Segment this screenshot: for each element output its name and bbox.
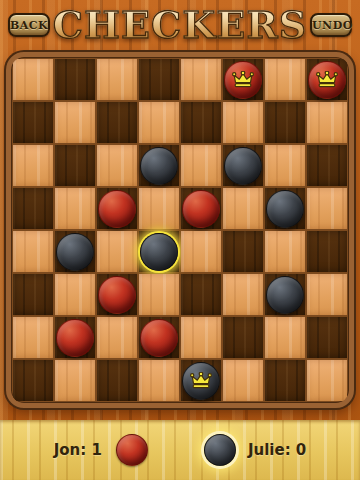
- player2-score: Julie: 0: [248, 441, 306, 459]
- player1-score: Jon: 1: [54, 441, 102, 459]
- square-r2c2: [97, 145, 137, 186]
- square-r7c7: [307, 360, 347, 401]
- square-r2c4: [181, 145, 221, 186]
- square-r4c7[interactable]: [307, 231, 347, 272]
- square-r3c7: [307, 188, 347, 229]
- square-r6c4: [181, 317, 221, 358]
- red-man-piece[interactable]: [98, 190, 136, 228]
- square-r2c5[interactable]: [223, 145, 263, 186]
- red-king-piece[interactable]: [224, 61, 262, 99]
- square-r2c3[interactable]: [139, 145, 179, 186]
- square-r6c5[interactable]: [223, 317, 263, 358]
- red-man-piece[interactable]: [98, 276, 136, 314]
- red-man-piece[interactable]: [56, 319, 94, 357]
- app-title: CHECKERS: [0, 1, 360, 49]
- square-r5c5: [223, 274, 263, 315]
- dark-king-piece[interactable]: [182, 362, 220, 400]
- title-bar: BACK CHECKERS UNDO: [0, 0, 360, 50]
- square-r0c2: [97, 59, 137, 100]
- dark-man-piece[interactable]: [140, 233, 178, 271]
- square-r0c5[interactable]: [223, 59, 263, 100]
- square-r6c3[interactable]: [139, 317, 179, 358]
- square-r3c1: [55, 188, 95, 229]
- king-crown-icon: [189, 372, 213, 389]
- square-r4c6: [265, 231, 305, 272]
- square-r5c1: [55, 274, 95, 315]
- square-r7c0[interactable]: [13, 360, 53, 401]
- square-r3c4[interactable]: [181, 188, 221, 229]
- square-r1c6[interactable]: [265, 102, 305, 143]
- square-r5c4[interactable]: [181, 274, 221, 315]
- undo-button[interactable]: UNDO: [310, 13, 352, 37]
- square-r7c2[interactable]: [97, 360, 137, 401]
- square-r3c2[interactable]: [97, 188, 137, 229]
- square-r3c5: [223, 188, 263, 229]
- square-r2c0: [13, 145, 53, 186]
- square-r4c0: [13, 231, 53, 272]
- square-r7c6[interactable]: [265, 360, 305, 401]
- square-r1c0[interactable]: [13, 102, 53, 143]
- square-r1c5: [223, 102, 263, 143]
- square-r4c5[interactable]: [223, 231, 263, 272]
- square-r0c1[interactable]: [55, 59, 95, 100]
- square-r1c7: [307, 102, 347, 143]
- dark-man-piece[interactable]: [266, 276, 304, 314]
- king-crown-icon: [315, 71, 339, 88]
- square-r5c7: [307, 274, 347, 315]
- dark-man-piece[interactable]: [224, 147, 262, 185]
- red-man-piece[interactable]: [140, 319, 178, 357]
- square-r3c6[interactable]: [265, 188, 305, 229]
- dark-man-piece[interactable]: [266, 190, 304, 228]
- square-r4c4: [181, 231, 221, 272]
- square-r0c0: [13, 59, 53, 100]
- square-r6c0: [13, 317, 53, 358]
- checkers-app: BACK CHECKERS UNDO Jon: 1 Julie: 0: [0, 0, 360, 480]
- square-r3c0[interactable]: [13, 188, 53, 229]
- square-r3c3: [139, 188, 179, 229]
- square-r2c6: [265, 145, 305, 186]
- square-r0c6: [265, 59, 305, 100]
- square-r2c7[interactable]: [307, 145, 347, 186]
- square-r7c5: [223, 360, 263, 401]
- king-crown-icon: [231, 71, 255, 88]
- square-r5c2[interactable]: [97, 274, 137, 315]
- checkers-board: [6, 52, 354, 408]
- square-r6c7[interactable]: [307, 317, 347, 358]
- square-r4c1[interactable]: [55, 231, 95, 272]
- score-bar: Jon: 1 Julie: 0: [0, 420, 360, 480]
- square-r6c2: [97, 317, 137, 358]
- player2-turn-indicator: [204, 434, 236, 466]
- square-r7c1: [55, 360, 95, 401]
- red-man-piece[interactable]: [182, 190, 220, 228]
- square-r5c0[interactable]: [13, 274, 53, 315]
- square-r1c2[interactable]: [97, 102, 137, 143]
- square-r5c3: [139, 274, 179, 315]
- square-r7c3: [139, 360, 179, 401]
- square-r1c3: [139, 102, 179, 143]
- player1-piece-icon: [116, 434, 148, 466]
- square-r6c6: [265, 317, 305, 358]
- square-r4c2: [97, 231, 137, 272]
- square-r7c4[interactable]: [181, 360, 221, 401]
- square-r5c6[interactable]: [265, 274, 305, 315]
- dark-man-piece[interactable]: [56, 233, 94, 271]
- square-r0c4: [181, 59, 221, 100]
- square-r0c7[interactable]: [307, 59, 347, 100]
- square-r4c3[interactable]: [139, 231, 179, 272]
- red-king-piece[interactable]: [308, 61, 346, 99]
- square-r2c1[interactable]: [55, 145, 95, 186]
- square-r6c1[interactable]: [55, 317, 95, 358]
- square-r0c3[interactable]: [139, 59, 179, 100]
- square-r1c4[interactable]: [181, 102, 221, 143]
- dark-man-piece[interactable]: [140, 147, 178, 185]
- square-r1c1: [55, 102, 95, 143]
